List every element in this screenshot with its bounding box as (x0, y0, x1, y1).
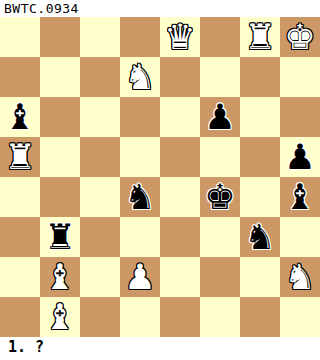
chess-puzzle-screen: BWTC.0934 ♛♜♚♞♝♟♜♟♞♚♝♜♞♝♟♞♝ 1. ? (0, 0, 320, 360)
square-c4[interactable] (80, 177, 120, 217)
square-a7[interactable] (0, 57, 40, 97)
square-g8[interactable]: ♜ (240, 17, 280, 57)
square-c7[interactable] (80, 57, 120, 97)
square-e7[interactable] (160, 57, 200, 97)
square-c3[interactable] (80, 217, 120, 257)
square-g6[interactable] (240, 97, 280, 137)
square-g3[interactable]: ♞ (240, 217, 280, 257)
square-d2[interactable]: ♟ (120, 257, 160, 297)
square-d8[interactable] (120, 17, 160, 57)
square-f2[interactable] (200, 257, 240, 297)
black-pawn-icon: ♟ (204, 97, 235, 137)
square-f3[interactable] (200, 217, 240, 257)
square-c1[interactable] (80, 297, 120, 337)
square-a1[interactable] (0, 297, 40, 337)
square-d6[interactable] (120, 97, 160, 137)
puzzle-title: BWTC.0934 (0, 0, 320, 17)
square-g1[interactable] (240, 297, 280, 337)
square-a5[interactable]: ♜ (0, 137, 40, 177)
square-h5[interactable]: ♟ (280, 137, 320, 177)
square-d3[interactable] (120, 217, 160, 257)
square-f1[interactable] (200, 297, 240, 337)
black-bishop-icon: ♝ (4, 97, 35, 137)
square-a2[interactable] (0, 257, 40, 297)
square-b7[interactable] (40, 57, 80, 97)
chess-board: ♛♜♚♞♝♟♜♟♞♚♝♜♞♝♟♞♝ (0, 17, 320, 337)
square-c6[interactable] (80, 97, 120, 137)
square-h3[interactable] (280, 217, 320, 257)
square-d4[interactable]: ♞ (120, 177, 160, 217)
square-f8[interactable] (200, 17, 240, 57)
square-g5[interactable] (240, 137, 280, 177)
square-f4[interactable]: ♚ (200, 177, 240, 217)
black-king-icon: ♚ (204, 177, 235, 217)
square-g2[interactable] (240, 257, 280, 297)
square-g4[interactable] (240, 177, 280, 217)
white-king-icon: ♚ (284, 17, 315, 57)
white-bishop-icon: ♝ (44, 297, 75, 337)
white-knight-icon: ♞ (124, 57, 155, 97)
square-h4[interactable]: ♝ (280, 177, 320, 217)
square-c8[interactable] (80, 17, 120, 57)
square-d7[interactable]: ♞ (120, 57, 160, 97)
square-b2[interactable]: ♝ (40, 257, 80, 297)
black-rook-icon: ♜ (44, 217, 75, 257)
square-d5[interactable] (120, 137, 160, 177)
square-a8[interactable] (0, 17, 40, 57)
square-e6[interactable] (160, 97, 200, 137)
square-c5[interactable] (80, 137, 120, 177)
square-b3[interactable]: ♜ (40, 217, 80, 257)
white-queen-icon: ♛ (164, 17, 195, 57)
square-e1[interactable] (160, 297, 200, 337)
white-rook-icon: ♜ (4, 137, 35, 177)
square-a6[interactable]: ♝ (0, 97, 40, 137)
square-b6[interactable] (40, 97, 80, 137)
square-e8[interactable]: ♛ (160, 17, 200, 57)
square-b1[interactable]: ♝ (40, 297, 80, 337)
square-e2[interactable] (160, 257, 200, 297)
white-bishop-icon: ♝ (44, 257, 75, 297)
square-f5[interactable] (200, 137, 240, 177)
square-a3[interactable] (0, 217, 40, 257)
move-prompt: 1. ? (0, 337, 320, 360)
square-e4[interactable] (160, 177, 200, 217)
square-c2[interactable] (80, 257, 120, 297)
black-bishop-icon: ♝ (284, 177, 315, 217)
black-knight-icon: ♞ (244, 217, 275, 257)
white-knight-icon: ♞ (284, 257, 315, 297)
square-e3[interactable] (160, 217, 200, 257)
square-e5[interactable] (160, 137, 200, 177)
square-b4[interactable] (40, 177, 80, 217)
square-f6[interactable]: ♟ (200, 97, 240, 137)
black-pawn-icon: ♟ (284, 137, 315, 177)
square-h6[interactable] (280, 97, 320, 137)
square-h2[interactable]: ♞ (280, 257, 320, 297)
square-h1[interactable] (280, 297, 320, 337)
square-h8[interactable]: ♚ (280, 17, 320, 57)
square-a4[interactable] (0, 177, 40, 217)
square-b5[interactable] (40, 137, 80, 177)
square-h7[interactable] (280, 57, 320, 97)
white-pawn-icon: ♟ (124, 257, 155, 297)
square-g7[interactable] (240, 57, 280, 97)
square-d1[interactable] (120, 297, 160, 337)
black-knight-icon: ♞ (124, 177, 155, 217)
square-f7[interactable] (200, 57, 240, 97)
white-rook-icon: ♜ (244, 17, 275, 57)
square-b8[interactable] (40, 17, 80, 57)
